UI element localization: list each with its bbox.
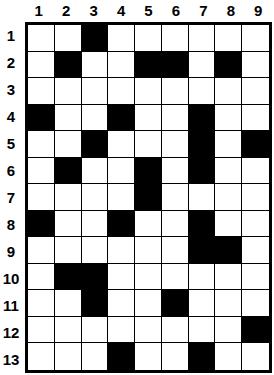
cell-r5c6-white[interactable] xyxy=(162,131,189,158)
cell-r9c1-white[interactable] xyxy=(28,237,55,264)
cell-r13c9-white[interactable] xyxy=(242,343,269,370)
cell-r8c5-white[interactable] xyxy=(135,211,162,238)
cell-r3c7-white[interactable] xyxy=(189,78,216,105)
column-label-5: 5 xyxy=(135,0,162,22)
cell-r12c6-white[interactable] xyxy=(162,317,189,344)
cell-r4c1-black xyxy=(28,105,55,132)
cell-r3c6-white[interactable] xyxy=(162,78,189,105)
cell-r13c5-white[interactable] xyxy=(135,343,162,370)
cell-r11c7-white[interactable] xyxy=(189,290,216,317)
cell-r8c7-black xyxy=(189,211,216,238)
cell-r4c9-white[interactable] xyxy=(242,105,269,132)
cell-r1c8-white[interactable] xyxy=(215,25,242,52)
cell-r5c3-black xyxy=(82,131,109,158)
cell-r2c6-black xyxy=(162,52,189,79)
cell-r11c3-black xyxy=(82,290,109,317)
cell-r8c9-white[interactable] xyxy=(242,211,269,238)
puzzle-page: 123456789 12345678910111213 xyxy=(0,0,274,375)
cell-r11c1-white[interactable] xyxy=(28,290,55,317)
cell-r9c7-black xyxy=(189,237,216,264)
cell-r10c2-black xyxy=(55,264,82,291)
cell-r1c1-white[interactable] xyxy=(28,25,55,52)
cell-r8c4-black xyxy=(108,211,135,238)
crossword-grid xyxy=(25,22,272,373)
cell-r11c6-black xyxy=(162,290,189,317)
row-label-8: 8 xyxy=(0,211,25,238)
row-label-3: 3 xyxy=(0,76,25,103)
column-label-7: 7 xyxy=(190,0,217,22)
cell-r6c9-white[interactable] xyxy=(242,158,269,185)
cell-r10c4-white[interactable] xyxy=(108,264,135,291)
cell-r6c8-white[interactable] xyxy=(215,158,242,185)
cell-r12c3-white[interactable] xyxy=(82,317,109,344)
cell-r4c4-black xyxy=(108,105,135,132)
cell-r10c7-white[interactable] xyxy=(189,264,216,291)
cell-r7c7-white[interactable] xyxy=(189,184,216,211)
cell-r2c3-white[interactable] xyxy=(82,52,109,79)
cell-r4c3-white[interactable] xyxy=(82,105,109,132)
cell-r10c3-black xyxy=(82,264,109,291)
cell-r6c3-white[interactable] xyxy=(82,158,109,185)
cell-r2c9-white[interactable] xyxy=(242,52,269,79)
cell-r11c5-white[interactable] xyxy=(135,290,162,317)
cell-r11c4-white[interactable] xyxy=(108,290,135,317)
cell-r5c7-black xyxy=(189,131,216,158)
cell-r6c5-black xyxy=(135,158,162,185)
cell-r3c5-white[interactable] xyxy=(135,78,162,105)
cell-r6c6-white[interactable] xyxy=(162,158,189,185)
cell-r8c1-black xyxy=(28,211,55,238)
cell-r2c2-black xyxy=(55,52,82,79)
cell-r5c9-black xyxy=(242,131,269,158)
cell-r3c3-white[interactable] xyxy=(82,78,109,105)
cell-r4c2-white[interactable] xyxy=(55,105,82,132)
cell-r5c4-white[interactable] xyxy=(108,131,135,158)
cell-r1c6-white[interactable] xyxy=(162,25,189,52)
cell-r11c8-white[interactable] xyxy=(215,290,242,317)
cell-r7c8-white[interactable] xyxy=(215,184,242,211)
cell-r5c1-white[interactable] xyxy=(28,131,55,158)
cell-r8c3-white[interactable] xyxy=(82,211,109,238)
cell-r10c9-white[interactable] xyxy=(242,264,269,291)
cell-r6c4-white[interactable] xyxy=(108,158,135,185)
row-label-13: 13 xyxy=(0,346,25,373)
cell-r2c1-white[interactable] xyxy=(28,52,55,79)
cell-r6c7-black xyxy=(189,158,216,185)
column-labels: 123456789 xyxy=(25,0,272,22)
cell-r10c5-white[interactable] xyxy=(135,264,162,291)
cell-r1c4-white[interactable] xyxy=(108,25,135,52)
cell-r9c3-white[interactable] xyxy=(82,237,109,264)
cell-r10c8-white[interactable] xyxy=(215,264,242,291)
cell-r7c6-white[interactable] xyxy=(162,184,189,211)
cell-r13c4-black xyxy=(108,343,135,370)
cell-r9c6-white[interactable] xyxy=(162,237,189,264)
crossword-layout: 123456789 12345678910111213 xyxy=(0,0,274,373)
row-labels: 12345678910111213 xyxy=(0,22,25,373)
cell-r3c2-white[interactable] xyxy=(55,78,82,105)
cell-r6c2-black xyxy=(55,158,82,185)
column-label-1: 1 xyxy=(25,0,52,22)
cell-r9c5-white[interactable] xyxy=(135,237,162,264)
cell-r12c1-white[interactable] xyxy=(28,317,55,344)
column-label-9: 9 xyxy=(245,0,272,22)
cell-r7c3-white[interactable] xyxy=(82,184,109,211)
column-label-4: 4 xyxy=(107,0,134,22)
cell-r3c1-white[interactable] xyxy=(28,78,55,105)
cell-r9c8-black xyxy=(215,237,242,264)
cell-r7c4-white[interactable] xyxy=(108,184,135,211)
cell-r7c1-white[interactable] xyxy=(28,184,55,211)
cell-r5c2-white[interactable] xyxy=(55,131,82,158)
cell-r3c4-white[interactable] xyxy=(108,78,135,105)
cell-r5c5-white[interactable] xyxy=(135,131,162,158)
row-label-2: 2 xyxy=(0,49,25,76)
cell-r13c7-black xyxy=(189,343,216,370)
column-label-6: 6 xyxy=(162,0,189,22)
cell-r8c2-white[interactable] xyxy=(55,211,82,238)
cell-r8c8-white[interactable] xyxy=(215,211,242,238)
cell-r12c4-white[interactable] xyxy=(108,317,135,344)
cell-r1c3-black xyxy=(82,25,109,52)
cell-r10c6-white[interactable] xyxy=(162,264,189,291)
cell-r1c9-white[interactable] xyxy=(242,25,269,52)
cell-r4c6-white[interactable] xyxy=(162,105,189,132)
cell-r6c1-white[interactable] xyxy=(28,158,55,185)
row-label-12: 12 xyxy=(0,319,25,346)
cell-r11c9-white[interactable] xyxy=(242,290,269,317)
cell-r7c5-black xyxy=(135,184,162,211)
cell-r9c4-white[interactable] xyxy=(108,237,135,264)
cell-r12c8-white[interactable] xyxy=(215,317,242,344)
row-label-7: 7 xyxy=(0,184,25,211)
cell-r13c2-white[interactable] xyxy=(55,343,82,370)
cell-r8c6-white[interactable] xyxy=(162,211,189,238)
cell-r7c9-white[interactable] xyxy=(242,184,269,211)
cell-r13c6-white[interactable] xyxy=(162,343,189,370)
column-label-8: 8 xyxy=(217,0,244,22)
cell-r3c8-white[interactable] xyxy=(215,78,242,105)
row-label-11: 11 xyxy=(0,292,25,319)
cell-r11c2-white[interactable] xyxy=(55,290,82,317)
cell-r4c7-black xyxy=(189,105,216,132)
cell-r2c8-black xyxy=(215,52,242,79)
row-label-10: 10 xyxy=(0,265,25,292)
cell-r13c8-white[interactable] xyxy=(215,343,242,370)
cell-r9c9-white[interactable] xyxy=(242,237,269,264)
cell-r4c8-white[interactable] xyxy=(215,105,242,132)
cell-r3c9-white[interactable] xyxy=(242,78,269,105)
cell-r4c5-white[interactable] xyxy=(135,105,162,132)
corner-spacer xyxy=(0,0,25,22)
cell-r2c5-black xyxy=(135,52,162,79)
row-label-6: 6 xyxy=(0,157,25,184)
row-label-5: 5 xyxy=(0,130,25,157)
row-label-9: 9 xyxy=(0,238,25,265)
cell-r13c3-white[interactable] xyxy=(82,343,109,370)
cell-r9c2-white[interactable] xyxy=(55,237,82,264)
cell-r13c1-white[interactable] xyxy=(28,343,55,370)
cell-r2c4-white[interactable] xyxy=(108,52,135,79)
cell-r1c2-white[interactable] xyxy=(55,25,82,52)
cell-r10c1-white[interactable] xyxy=(28,264,55,291)
column-label-3: 3 xyxy=(80,0,107,22)
cell-r12c5-white[interactable] xyxy=(135,317,162,344)
cell-r5c8-white[interactable] xyxy=(215,131,242,158)
row-label-4: 4 xyxy=(0,103,25,130)
cell-r12c2-white[interactable] xyxy=(55,317,82,344)
cell-r12c7-white[interactable] xyxy=(189,317,216,344)
column-label-2: 2 xyxy=(52,0,79,22)
cell-r12c9-black xyxy=(242,317,269,344)
cell-r2c7-white[interactable] xyxy=(189,52,216,79)
row-label-1: 1 xyxy=(0,22,25,49)
cell-r7c2-white[interactable] xyxy=(55,184,82,211)
cell-r1c7-white[interactable] xyxy=(189,25,216,52)
cell-r1c5-white[interactable] xyxy=(135,25,162,52)
